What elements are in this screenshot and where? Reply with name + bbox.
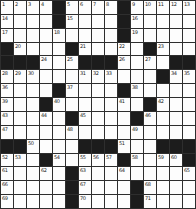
cell-r8c7[interactable] (79, 98, 91, 111)
cell-r8c11[interactable] (131, 98, 143, 111)
cell-r7c6[interactable]: 37 (66, 84, 78, 97)
cell-r9c4[interactable]: 44 (40, 112, 52, 125)
cell-r7c11[interactable]: 38 (131, 84, 143, 97)
black-cell-r8c4 (40, 98, 52, 111)
cell-r2c15[interactable] (183, 15, 195, 28)
cell-r9c13[interactable] (157, 112, 169, 125)
cell-r13c1[interactable]: 61 (1, 167, 13, 180)
clue-number-40: 40 (54, 98, 59, 104)
cell-r15c5[interactable] (53, 195, 65, 208)
cell-r6c14[interactable]: 34 (170, 70, 182, 83)
cell-r15c10[interactable] (118, 195, 130, 208)
cell-r13c14[interactable] (170, 167, 182, 180)
cell-r9c7[interactable]: 45 (79, 112, 91, 125)
cell-r2c9[interactable] (105, 15, 117, 28)
cell-r15c15[interactable] (183, 195, 195, 208)
cell-r4c14[interactable] (170, 43, 182, 56)
clue-number-9: 9 (132, 1, 135, 7)
cell-r9c3[interactable] (27, 112, 39, 125)
black-cell-r11c13 (157, 140, 169, 153)
clue-number-53: 53 (15, 154, 20, 160)
cell-r3c5[interactable]: 18 (53, 29, 65, 42)
cell-r8c5[interactable]: 40 (53, 98, 65, 111)
cell-r8c9[interactable] (105, 98, 117, 111)
clue-number-55: 55 (80, 154, 85, 160)
black-cell-r5c2 (14, 56, 26, 69)
cell-r15c2[interactable] (14, 195, 26, 208)
cell-r11c3[interactable]: 50 (27, 140, 39, 153)
clue-number-7: 7 (93, 1, 96, 7)
cell-r5c11[interactable] (131, 56, 143, 69)
cell-r11c11[interactable] (131, 140, 143, 153)
cell-r4c7[interactable]: 21 (79, 43, 91, 56)
clue-number-32: 32 (93, 70, 98, 76)
cell-r3c14[interactable] (170, 29, 182, 42)
cell-r5c12[interactable]: 27 (144, 56, 156, 69)
cell-r7c15[interactable] (183, 84, 195, 97)
cell-r13c2[interactable] (14, 167, 26, 180)
cell-r12c5[interactable]: 54 (53, 154, 65, 167)
cell-r14c8[interactable] (92, 181, 104, 194)
cell-r13c5[interactable] (53, 167, 65, 180)
cell-r1c15[interactable]: 13 (183, 1, 195, 14)
cell-r2c2[interactable] (14, 15, 26, 28)
black-cell-r11c15 (183, 140, 195, 153)
cell-r3c6[interactable] (66, 29, 78, 42)
cell-r2c4[interactable] (40, 15, 52, 28)
black-cell-r11c9 (105, 140, 117, 153)
cell-r3c11[interactable]: 19 (131, 29, 143, 42)
clue-number-71: 71 (145, 195, 150, 201)
cell-r8c3[interactable] (27, 98, 39, 111)
cell-r6c2[interactable]: 29 (14, 70, 26, 83)
clue-number-25: 25 (67, 56, 72, 62)
clue-number-13: 13 (184, 1, 189, 7)
cell-r12c13[interactable]: 59 (157, 154, 169, 167)
clue-number-65: 65 (184, 167, 189, 173)
cell-r2c6[interactable]: 15 (66, 15, 78, 28)
cell-r8c13[interactable]: 42 (157, 98, 169, 111)
clue-number-42: 42 (158, 98, 163, 104)
clue-number-4: 4 (41, 1, 44, 7)
cell-r7c9[interactable] (105, 84, 117, 97)
clue-number-28: 28 (2, 70, 7, 76)
cell-r2c7[interactable] (79, 15, 91, 28)
cell-r8c10[interactable]: 41 (118, 98, 130, 111)
black-cell-r5c9 (105, 56, 117, 69)
clue-number-50: 50 (28, 140, 33, 146)
cell-r13c15[interactable]: 65 (183, 167, 195, 180)
cell-r12c6[interactable] (66, 154, 78, 167)
black-cell-r3c10 (118, 29, 130, 42)
cell-r7c4[interactable] (40, 84, 52, 97)
cell-r3c15[interactable] (183, 29, 195, 42)
cell-r7c3[interactable] (27, 84, 39, 97)
cell-r10c11[interactable]: 49 (131, 126, 143, 139)
cell-r2c13[interactable] (157, 15, 169, 28)
clue-number-39: 39 (2, 98, 7, 104)
cell-r3c12[interactable] (144, 29, 156, 42)
cell-r8c6[interactable] (66, 98, 78, 111)
cell-r15c13[interactable] (157, 195, 169, 208)
cell-r1c9[interactable]: 8 (105, 1, 117, 14)
cell-r14c2[interactable] (14, 181, 26, 194)
clue-number-20: 20 (15, 43, 20, 49)
cell-r7c8[interactable] (92, 84, 104, 97)
cell-r10c4[interactable] (40, 126, 52, 139)
clue-number-16: 16 (132, 15, 137, 21)
cell-r4c13[interactable]: 23 (157, 43, 169, 56)
black-cell-r15c11 (131, 195, 143, 208)
cell-r7c2[interactable] (14, 84, 26, 97)
cell-r8c14[interactable] (170, 98, 182, 111)
clue-number-31: 31 (80, 70, 85, 76)
cell-r2c14[interactable] (170, 15, 182, 28)
cell-r7c14[interactable] (170, 84, 182, 97)
cell-r1c14[interactable]: 12 (170, 1, 182, 14)
black-cell-r5c7 (79, 56, 91, 69)
black-cell-r15c6 (66, 195, 78, 208)
clue-number-27: 27 (145, 56, 150, 62)
clue-number-48: 48 (67, 126, 72, 132)
cell-r9c14[interactable] (170, 112, 182, 125)
cell-r6c7[interactable]: 31 (79, 70, 91, 83)
clue-number-63: 63 (80, 167, 85, 173)
clue-number-69: 69 (2, 195, 7, 201)
cell-r10c8[interactable] (92, 126, 104, 139)
cell-r4c10[interactable]: 22 (118, 43, 130, 56)
cell-r1c1[interactable]: 1 (1, 1, 13, 14)
cell-r14c14[interactable] (170, 181, 182, 194)
cell-r14c1[interactable]: 66 (1, 181, 13, 194)
clue-number-68: 68 (145, 181, 150, 187)
black-cell-r12c15 (183, 154, 195, 167)
clue-number-38: 38 (132, 84, 137, 90)
cell-r12c1[interactable]: 52 (1, 154, 13, 167)
cell-r4c2[interactable]: 20 (14, 43, 26, 56)
cell-r15c1[interactable]: 69 (1, 195, 13, 208)
cell-r13c8[interactable] (92, 167, 104, 180)
cell-r6c8[interactable]: 32 (92, 70, 104, 83)
black-cell-r6c13 (157, 70, 169, 83)
cell-r1c7[interactable]: 6 (79, 1, 91, 14)
black-cell-r12c4 (40, 154, 52, 167)
cell-r6c1[interactable]: 28 (1, 70, 13, 83)
cell-r1c4[interactable]: 4 (40, 1, 52, 14)
black-cell-r11c14 (170, 140, 182, 153)
clue-number-12: 12 (171, 1, 176, 7)
cell-r2c8[interactable] (92, 15, 104, 28)
clue-number-34: 34 (171, 70, 176, 76)
black-cell-r11c8 (92, 140, 104, 153)
clue-number-24: 24 (41, 56, 46, 62)
cell-r9c2[interactable] (14, 112, 26, 125)
cell-r10c15[interactable] (183, 126, 195, 139)
cell-r6c12[interactable] (144, 70, 156, 83)
cell-r13c3[interactable] (27, 167, 39, 180)
clue-number-36: 36 (2, 84, 7, 90)
cell-r1c11[interactable]: 9 (131, 1, 143, 14)
cell-r6c4[interactable] (40, 70, 52, 83)
cell-r10c13[interactable] (157, 126, 169, 139)
cell-r5c13[interactable] (157, 56, 169, 69)
black-cell-r4c1 (1, 43, 13, 56)
clue-number-19: 19 (132, 29, 137, 35)
cell-r10c6[interactable]: 48 (66, 126, 78, 139)
clue-number-41: 41 (119, 98, 124, 104)
cell-r15c12[interactable]: 71 (144, 195, 156, 208)
clue-number-10: 10 (145, 1, 150, 7)
cell-r9c8[interactable] (92, 112, 104, 125)
clue-number-47: 47 (2, 126, 7, 132)
clue-number-11: 11 (158, 1, 163, 7)
cell-r11c6[interactable] (66, 140, 78, 153)
cell-r13c13[interactable] (157, 167, 169, 180)
black-cell-r7c10 (118, 84, 130, 97)
cell-r15c3[interactable] (27, 195, 39, 208)
cell-r10c5[interactable] (53, 126, 65, 139)
black-cell-r5c3 (27, 56, 39, 69)
black-cell-r8c12 (144, 98, 156, 111)
clue-number-15: 15 (67, 15, 72, 21)
black-cell-r5c15 (183, 56, 195, 69)
clue-number-66: 66 (2, 181, 7, 187)
black-cell-r13c6 (66, 167, 78, 180)
cell-r11c10[interactable]: 51 (118, 140, 130, 153)
cell-r7c7[interactable] (79, 84, 91, 97)
cell-r2c3[interactable] (27, 15, 39, 28)
cell-r2c11[interactable]: 16 (131, 15, 143, 28)
cell-r9c15[interactable] (183, 112, 195, 125)
cell-r3c7[interactable] (79, 29, 91, 42)
cell-r10c2[interactable] (14, 126, 26, 139)
cell-r12c7[interactable]: 55 (79, 154, 91, 167)
clue-number-49: 49 (132, 126, 137, 132)
black-cell-r2c5 (53, 15, 65, 28)
black-cell-r11c7 (79, 140, 91, 153)
cell-r6c9[interactable]: 33 (105, 70, 117, 83)
black-cell-r9c6 (66, 112, 78, 125)
cell-r13c4[interactable]: 62 (40, 167, 52, 180)
clue-number-23: 23 (158, 43, 163, 49)
clue-number-5: 5 (67, 1, 70, 7)
crossword-grid: 1234567891011121314151617181920212223242… (0, 0, 196, 209)
clue-number-3: 3 (28, 1, 31, 7)
cell-r6c5[interactable] (53, 70, 65, 83)
cell-r1c2[interactable]: 2 (14, 1, 26, 14)
cell-r5c6[interactable]: 25 (66, 56, 78, 69)
clue-number-46: 46 (145, 112, 150, 118)
cell-r2c1[interactable]: 14 (1, 15, 13, 28)
clue-number-37: 37 (67, 84, 72, 90)
black-cell-r5c1 (1, 56, 13, 69)
cell-r7c13[interactable] (157, 84, 169, 97)
cell-r8c8[interactable] (92, 98, 104, 111)
cell-r4c15[interactable] (183, 43, 195, 56)
black-cell-r14c6 (66, 181, 78, 194)
cell-r13c12[interactable] (144, 167, 156, 180)
black-cell-r11c2 (14, 140, 26, 153)
cell-r14c4[interactable] (40, 181, 52, 194)
clue-number-18: 18 (54, 29, 59, 35)
cell-r14c10[interactable] (118, 181, 130, 194)
clue-number-26: 26 (119, 56, 124, 62)
black-cell-r4c12 (144, 43, 156, 56)
clue-number-62: 62 (41, 167, 46, 173)
cell-r12c9[interactable]: 57 (105, 154, 117, 167)
cell-r5c5[interactable] (53, 56, 65, 69)
black-cell-r1c5 (53, 1, 65, 14)
cell-r6c11[interactable] (131, 70, 143, 83)
clue-number-30: 30 (28, 70, 33, 76)
cell-r3c8[interactable] (92, 29, 104, 42)
cell-r11c5[interactable] (53, 140, 65, 153)
clue-number-17: 17 (2, 29, 7, 35)
clue-number-70: 70 (80, 195, 85, 201)
cell-r9c5[interactable] (53, 112, 65, 125)
black-cell-r14c11 (131, 181, 143, 194)
clue-number-35: 35 (184, 70, 189, 76)
cell-r15c9[interactable] (105, 195, 117, 208)
cell-r10c7[interactable] (79, 126, 91, 139)
clue-number-45: 45 (80, 112, 85, 118)
black-cell-r1c10 (118, 1, 130, 14)
clue-number-57: 57 (106, 154, 111, 160)
clue-number-44: 44 (41, 112, 46, 118)
cell-r12c12[interactable] (144, 154, 156, 167)
cell-r11c4[interactable] (40, 140, 52, 153)
cell-r13c11[interactable] (131, 167, 143, 180)
cell-r12c3[interactable] (27, 154, 39, 167)
black-cell-r4c6 (66, 43, 78, 56)
cell-r1c12[interactable]: 10 (144, 1, 156, 14)
cell-r4c5[interactable] (53, 43, 65, 56)
clue-number-21: 21 (80, 43, 85, 49)
cell-r1c8[interactable]: 7 (92, 1, 104, 14)
cell-r4c3[interactable] (27, 43, 39, 56)
cell-r6c10[interactable] (118, 70, 130, 83)
cell-r9c9[interactable] (105, 112, 117, 125)
cell-r2c12[interactable] (144, 15, 156, 28)
cell-r1c3[interactable]: 3 (27, 1, 39, 14)
cell-r12c8[interactable]: 56 (92, 154, 104, 167)
cell-r15c4[interactable] (40, 195, 52, 208)
cell-r1c6[interactable]: 5 (66, 1, 78, 14)
cell-r10c3[interactable] (27, 126, 39, 139)
cell-r9c1[interactable]: 43 (1, 112, 13, 125)
clue-number-64: 64 (119, 167, 124, 173)
clue-number-14: 14 (2, 15, 7, 21)
cell-r9c12[interactable]: 46 (144, 112, 156, 125)
cell-r4c11[interactable] (131, 43, 143, 56)
black-cell-r7c5 (53, 84, 65, 97)
cell-r3c4[interactable] (40, 29, 52, 42)
clue-number-33: 33 (106, 70, 111, 76)
cell-r14c3[interactable] (27, 181, 39, 194)
cell-r7c12[interactable] (144, 84, 156, 97)
cell-r11c12[interactable] (144, 140, 156, 153)
clue-number-8: 8 (106, 1, 109, 7)
cell-r12c11[interactable]: 58 (131, 154, 143, 167)
cell-r13c7[interactable]: 63 (79, 167, 91, 180)
black-cell-r12c10 (118, 154, 130, 167)
clue-number-1: 1 (2, 1, 5, 7)
cell-r14c12[interactable]: 68 (144, 181, 156, 194)
clue-number-60: 60 (171, 154, 176, 160)
black-cell-r5c14 (170, 56, 182, 69)
cell-r8c2[interactable] (14, 98, 26, 111)
cell-r5c4[interactable]: 24 (40, 56, 52, 69)
cell-r13c9[interactable] (105, 167, 117, 180)
clue-number-29: 29 (15, 70, 20, 76)
cell-r10c14[interactable] (170, 126, 182, 139)
clue-number-56: 56 (93, 154, 98, 160)
black-cell-r9c11 (131, 112, 143, 125)
cell-r8c1[interactable]: 39 (1, 98, 13, 111)
cell-r5c10[interactable]: 26 (118, 56, 130, 69)
cell-r6c3[interactable]: 30 (27, 70, 39, 83)
cell-r3c9[interactable] (105, 29, 117, 42)
cell-r14c13[interactable] (157, 181, 169, 194)
cell-r3c1[interactable]: 17 (1, 29, 13, 42)
cell-r10c10[interactable] (118, 126, 130, 139)
cell-r12c14[interactable]: 60 (170, 154, 182, 167)
clue-number-54: 54 (54, 154, 59, 160)
cell-r7c1[interactable]: 36 (1, 84, 13, 97)
cell-r15c8[interactable] (92, 195, 104, 208)
black-cell-r2c10 (118, 15, 130, 28)
cell-r9c10[interactable] (118, 112, 130, 125)
cell-r6c15[interactable]: 35 (183, 70, 195, 83)
cell-r15c14[interactable] (170, 195, 182, 208)
cell-r14c7[interactable]: 67 (79, 181, 91, 194)
clue-number-2: 2 (15, 1, 18, 7)
clue-number-51: 51 (119, 140, 124, 146)
cell-r13c10[interactable]: 64 (118, 167, 130, 180)
cell-r4c4[interactable] (40, 43, 52, 56)
cell-r10c9[interactable] (105, 126, 117, 139)
cell-r1c13[interactable]: 11 (157, 1, 169, 14)
cell-r3c2[interactable] (14, 29, 26, 42)
cell-r4c9[interactable] (105, 43, 117, 56)
cell-r3c13[interactable] (157, 29, 169, 42)
clue-number-22: 22 (119, 43, 124, 49)
black-cell-r11c1 (1, 140, 13, 153)
cell-r6c6[interactable] (66, 70, 78, 83)
cell-r4c8[interactable] (92, 43, 104, 56)
clue-number-59: 59 (158, 154, 163, 160)
clue-number-6: 6 (80, 1, 83, 7)
cell-r14c9[interactable] (105, 181, 117, 194)
clue-number-61: 61 (2, 167, 7, 173)
cell-r3c3[interactable] (27, 29, 39, 42)
cell-r10c12[interactable] (144, 126, 156, 139)
clue-number-58: 58 (132, 154, 137, 160)
cell-r8c15[interactable] (183, 98, 195, 111)
cell-r12c2[interactable]: 53 (14, 154, 26, 167)
cell-r10c1[interactable]: 47 (1, 126, 13, 139)
cell-r15c7[interactable]: 70 (79, 195, 91, 208)
clue-number-67: 67 (80, 181, 85, 187)
cell-r14c15[interactable] (183, 181, 195, 194)
cell-r14c5[interactable] (53, 181, 65, 194)
black-cell-r5c8 (92, 56, 104, 69)
clue-number-43: 43 (2, 112, 7, 118)
clue-number-52: 52 (2, 154, 7, 160)
